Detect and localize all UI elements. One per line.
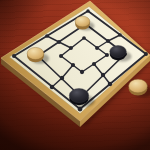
vignette-overlay: [0, 0, 150, 150]
table-background: [0, 0, 150, 150]
